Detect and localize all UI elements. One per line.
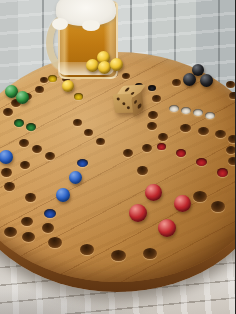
board-hole[interactable] [122, 73, 130, 79]
marble-yellow[interactable] [86, 59, 99, 72]
board-hole[interactable] [193, 191, 207, 202]
board-hole[interactable] [180, 124, 191, 132]
marble-green[interactable] [16, 91, 29, 104]
marble-yellow[interactable] [110, 58, 123, 71]
board-hole[interactable] [152, 95, 161, 102]
board-hole[interactable] [19, 139, 29, 147]
board-hole[interactable] [211, 201, 225, 212]
board-hole[interactable] [147, 122, 157, 130]
board-hole[interactable] [111, 250, 126, 261]
board-hole[interactable] [226, 146, 235, 154]
board-hole[interactable] [158, 133, 168, 141]
home-hole-white[interactable] [169, 105, 179, 112]
board-hole[interactable] [25, 193, 36, 202]
board-hole[interactable] [148, 111, 158, 119]
marble-yellow[interactable] [62, 80, 74, 92]
marble-blue[interactable] [56, 188, 70, 202]
board-hole[interactable] [84, 129, 93, 136]
board-hole[interactable] [32, 145, 42, 153]
board-hole[interactable] [226, 81, 235, 88]
board-hole[interactable] [48, 237, 62, 248]
home-hole-white[interactable] [181, 107, 191, 114]
board-hole[interactable] [42, 223, 54, 233]
board-hole[interactable] [40, 77, 48, 83]
board-hole[interactable] [4, 182, 15, 191]
home-hole-blue[interactable] [44, 209, 56, 218]
board-hole[interactable] [80, 244, 94, 255]
home-hole-green[interactable] [14, 119, 24, 127]
board-hole[interactable] [228, 135, 235, 143]
board-hole[interactable] [96, 138, 105, 145]
board-hole[interactable] [35, 86, 44, 93]
board-hole[interactable] [228, 157, 235, 165]
marble-red[interactable] [174, 195, 191, 212]
board-hole[interactable] [22, 232, 35, 242]
board-hole[interactable] [45, 152, 55, 160]
board-hole[interactable] [137, 166, 148, 175]
marble-blue[interactable] [69, 171, 82, 184]
home-hole-red[interactable] [217, 168, 228, 177]
home-hole-red[interactable] [176, 149, 186, 157]
board-hole[interactable] [1, 168, 12, 177]
board-hole[interactable] [215, 130, 226, 138]
board-hole[interactable] [4, 227, 17, 237]
die-pip [127, 106, 131, 109]
board-hole[interactable] [21, 217, 33, 226]
home-hole-yellow[interactable] [74, 93, 83, 100]
foam-bubble [52, 18, 68, 30]
board-hole[interactable] [143, 248, 157, 259]
marble-black[interactable] [200, 74, 213, 87]
home-hole-blue[interactable] [77, 159, 88, 167]
marble-yellow[interactable] [98, 61, 111, 74]
marble-red[interactable] [158, 219, 176, 237]
marble-red[interactable] [145, 184, 162, 201]
board-hole[interactable] [73, 119, 82, 126]
board-hole[interactable] [172, 79, 181, 86]
die-pip [133, 99, 137, 105]
home-hole-white[interactable] [205, 112, 215, 119]
home-hole-black[interactable] [148, 85, 156, 91]
wooden-die[interactable] [112, 83, 148, 119]
board-hole[interactable] [198, 127, 209, 135]
home-hole-red[interactable] [196, 158, 207, 166]
die-pip [138, 103, 142, 109]
board-hole[interactable] [229, 92, 236, 99]
home-hole-red[interactable] [157, 143, 166, 150]
board-hole[interactable] [20, 161, 30, 169]
marble-red[interactable] [129, 204, 147, 222]
marble-black[interactable] [183, 73, 196, 86]
board-hole[interactable] [142, 144, 152, 152]
die-pip [125, 88, 131, 92]
board-hole[interactable] [123, 149, 133, 157]
die-pip [116, 97, 120, 100]
scene [0, 0, 235, 314]
home-hole-green[interactable] [26, 123, 36, 131]
die-pip [122, 102, 126, 105]
board-hole[interactable] [3, 108, 13, 116]
foam-bubble [82, 20, 100, 31]
home-hole-white[interactable] [193, 109, 203, 116]
